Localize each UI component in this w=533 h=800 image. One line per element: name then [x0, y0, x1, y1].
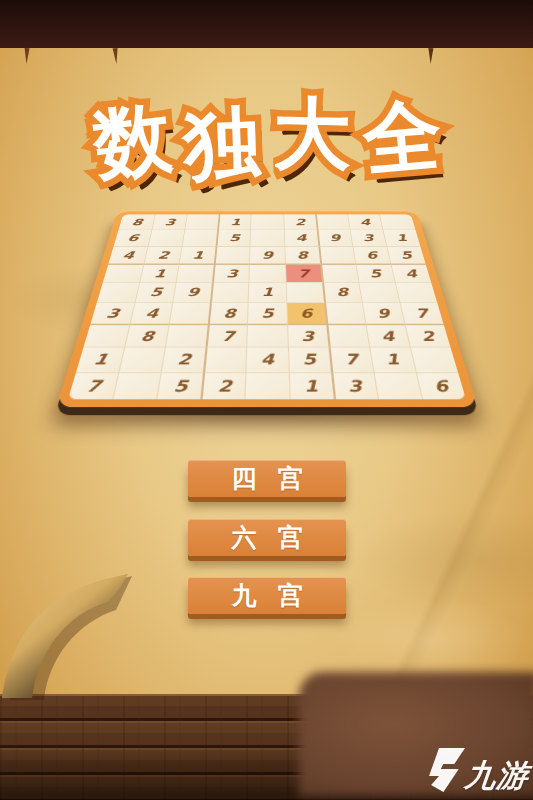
cell-r6c9: 7 [399, 302, 443, 324]
cell-r4c8: 5 [355, 264, 395, 283]
cell-r5c6 [285, 282, 323, 302]
cell-r8c7: 7 [328, 347, 373, 372]
cell-r7c3 [165, 324, 208, 347]
cell-r7c9: 2 [404, 324, 450, 347]
torn-paper-spike [23, 48, 29, 64]
title-char: 独独 [177, 93, 266, 196]
cell-r5c9 [395, 282, 437, 302]
cell-r2c4: 5 [216, 230, 251, 246]
cell-r6c4: 8 [208, 302, 248, 324]
cell-r3c5: 9 [249, 246, 284, 263]
cell-r9c6: 1 [288, 372, 333, 399]
cell-r6c8: 9 [361, 302, 404, 324]
cell-r1c6: 2 [283, 214, 316, 229]
cell-r3c7 [318, 246, 355, 263]
cell-r7c2: 8 [124, 324, 169, 347]
cell-r2c2 [148, 230, 185, 246]
cell-r6c3 [169, 302, 210, 324]
watermark-text: 九游 [463, 758, 531, 792]
cell-r6c5: 5 [247, 302, 286, 324]
sudoku-grid: 8312465493142198651375459183485697873421… [68, 214, 466, 399]
cell-r9c4: 2 [201, 372, 246, 399]
torn-paper-spike [428, 48, 434, 64]
cell-r3c9: 5 [386, 246, 425, 263]
cell-r1c7 [315, 214, 350, 229]
cell-r4c9: 4 [390, 264, 431, 283]
title-char: 全全 [355, 83, 449, 190]
cell-r9c9: 6 [415, 372, 466, 399]
cell-r5c7: 8 [322, 282, 362, 302]
cell-r9c2 [112, 372, 161, 399]
page-curl [0, 566, 148, 710]
cell-r7c1 [84, 324, 130, 347]
cell-r7c5 [247, 324, 288, 347]
cell-r2c6: 4 [283, 230, 318, 246]
torn-paper-spike [113, 48, 119, 64]
cell-r2c9: 1 [382, 230, 420, 246]
cell-r5c1 [97, 282, 139, 302]
cell-r8c3: 2 [161, 347, 206, 372]
cell-r5c5: 1 [248, 282, 286, 302]
cell-r4c5 [249, 264, 285, 283]
button-4-grid[interactable]: 四宫 [188, 460, 346, 497]
cell-r6c7 [324, 302, 365, 324]
cell-r1c2: 3 [152, 214, 188, 229]
cell-r8c9 [410, 347, 458, 372]
cell-r8c4 [203, 347, 246, 372]
cell-r6c6: 6 [286, 302, 326, 324]
cell-r3c6: 8 [284, 246, 320, 263]
cell-r3c1: 4 [109, 246, 148, 263]
cell-r1c8: 4 [347, 214, 383, 229]
cell-r9c7: 3 [331, 372, 378, 399]
cell-r8c6: 5 [287, 347, 330, 372]
cell-r9c8 [373, 372, 422, 399]
cell-r5c8 [358, 282, 399, 302]
sudoku-board: 8312465493142198651375459183485697873421… [92, 152, 442, 432]
board-frame: 8312465493142198651375459183485697873421… [56, 210, 478, 407]
cell-r3c4 [214, 246, 250, 263]
cell-r4c2: 1 [139, 264, 179, 283]
cell-r5c3: 9 [173, 282, 213, 302]
top-wood-bar [0, 0, 533, 48]
cell-r7c4: 7 [206, 324, 248, 347]
watermark: 九游 [423, 748, 529, 792]
cell-r2c1: 6 [114, 230, 152, 246]
cell-r8c2 [119, 347, 166, 372]
cell-r6c1: 3 [91, 302, 135, 324]
cell-r9c5 [245, 372, 289, 399]
cell-r1c1: 8 [119, 214, 156, 229]
cell-r1c3 [185, 214, 220, 229]
cell-r9c1: 7 [68, 372, 119, 399]
cell-r3c2: 2 [144, 246, 182, 263]
cell-r1c4: 1 [218, 214, 251, 229]
game-title: 数数 独独 大大 全全 [0, 84, 533, 184]
cell-r2c7: 9 [316, 230, 352, 246]
cell-r2c5 [250, 230, 284, 246]
cell-r4c3 [176, 264, 214, 283]
cell-r1c5 [251, 214, 284, 229]
cell-r7c7 [326, 324, 369, 347]
cell-r2c3 [182, 230, 218, 246]
cell-r8c5: 4 [246, 347, 288, 372]
jiuyou-9-icon [423, 748, 465, 792]
button-6-grid[interactable]: 六宫 [188, 519, 346, 556]
cell-r6c2: 4 [130, 302, 173, 324]
cell-r5c4 [210, 282, 248, 302]
cell-r9c3: 5 [156, 372, 203, 399]
cell-r2c8: 3 [349, 230, 386, 246]
title-char: 大大 [268, 83, 356, 184]
cell-r4c7 [320, 264, 358, 283]
title-char: 数数 [84, 86, 182, 196]
button-9-grid[interactable]: 九宫 [188, 577, 346, 614]
cell-r5c2: 5 [135, 282, 176, 302]
cell-r3c8: 6 [352, 246, 390, 263]
cell-r7c8: 4 [365, 324, 410, 347]
cell-r8c8: 1 [369, 347, 416, 372]
cell-r1c9 [379, 214, 416, 229]
cell-r4c4: 3 [212, 264, 249, 283]
cell-r7c6: 3 [287, 324, 329, 347]
cell-r3c3: 1 [179, 246, 216, 263]
cell-r4c1 [103, 264, 144, 283]
cell-r4c6: 7 [285, 264, 322, 283]
app-screen: 数数 独独 大大 全全 8312465493142198651375459183… [0, 0, 533, 800]
cell-r8c1: 1 [76, 347, 124, 372]
